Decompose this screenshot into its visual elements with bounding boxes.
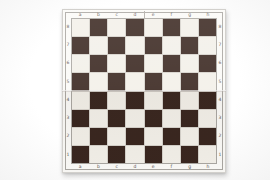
coordinate-label: 3	[66, 109, 71, 127]
square-d6[interactable]	[126, 55, 143, 72]
square-h3[interactable]	[199, 110, 216, 127]
square-f6[interactable]	[163, 55, 180, 72]
square-a5[interactable]	[72, 73, 89, 90]
square-a3[interactable]	[72, 110, 89, 127]
square-d4[interactable]	[126, 92, 143, 109]
square-g1[interactable]	[181, 146, 198, 163]
coordinate-label: c	[108, 13, 126, 18]
square-f3[interactable]	[163, 110, 180, 127]
square-a4[interactable]	[72, 92, 89, 109]
chess-board: abcdefgh abcdefgh 87654321 87654321	[62, 9, 226, 173]
square-g4[interactable]	[181, 92, 198, 109]
coordinate-label: f	[162, 13, 180, 18]
coordinate-label: f	[162, 165, 180, 170]
square-h5[interactable]	[199, 73, 216, 90]
coordinate-label: 6	[66, 55, 71, 73]
square-f4[interactable]	[163, 92, 180, 109]
coordinate-label: g	[181, 13, 199, 18]
square-a6[interactable]	[72, 55, 89, 72]
square-f5[interactable]	[163, 73, 180, 90]
coordinate-label: b	[89, 165, 107, 170]
square-h2[interactable]	[199, 128, 216, 145]
coordinate-label: 5	[66, 73, 71, 91]
coordinate-label: e	[144, 165, 162, 170]
coordinate-label: 2	[218, 128, 223, 146]
square-h1[interactable]	[199, 146, 216, 163]
coordinate-label: c	[108, 165, 126, 170]
square-g7[interactable]	[181, 37, 198, 54]
square-g8[interactable]	[181, 19, 198, 36]
square-d5[interactable]	[126, 73, 143, 90]
square-a8[interactable]	[72, 19, 89, 36]
square-d2[interactable]	[126, 128, 143, 145]
coordinate-label: 7	[66, 36, 71, 54]
square-c4[interactable]	[108, 92, 125, 109]
coordinate-label: 4	[66, 91, 71, 109]
coordinate-label: b	[89, 13, 107, 18]
square-e1[interactable]	[145, 146, 162, 163]
square-c5[interactable]	[108, 73, 125, 90]
square-c2[interactable]	[108, 128, 125, 145]
square-c7[interactable]	[108, 37, 125, 54]
square-h8[interactable]	[199, 19, 216, 36]
photo-background: abcdefgh abcdefgh 87654321 87654321	[0, 0, 270, 180]
square-b1[interactable]	[90, 146, 107, 163]
square-a7[interactable]	[72, 37, 89, 54]
square-e8[interactable]	[145, 19, 162, 36]
square-b3[interactable]	[90, 110, 107, 127]
rank-labels-left: 87654321	[66, 18, 71, 164]
coordinate-label: 5	[218, 73, 223, 91]
square-a1[interactable]	[72, 146, 89, 163]
square-f1[interactable]	[163, 146, 180, 163]
coordinate-label: d	[126, 165, 144, 170]
coordinate-label: 8	[66, 18, 71, 36]
coordinate-label: 1	[218, 146, 223, 164]
square-h4[interactable]	[199, 92, 216, 109]
coordinate-label: a	[71, 13, 89, 18]
square-e3[interactable]	[145, 110, 162, 127]
coordinate-label: 1	[66, 146, 71, 164]
square-d1[interactable]	[126, 146, 143, 163]
square-b8[interactable]	[90, 19, 107, 36]
square-b2[interactable]	[90, 128, 107, 145]
coordinate-label: a	[71, 165, 89, 170]
rank-labels-right: 87654321	[218, 18, 223, 164]
square-e6[interactable]	[145, 55, 162, 72]
square-a2[interactable]	[72, 128, 89, 145]
square-c6[interactable]	[108, 55, 125, 72]
coordinate-label: h	[199, 165, 217, 170]
square-g5[interactable]	[181, 73, 198, 90]
coordinate-label: d	[126, 13, 144, 18]
square-c1[interactable]	[108, 146, 125, 163]
coordinate-label: h	[199, 13, 217, 18]
square-b4[interactable]	[90, 92, 107, 109]
top-edge-seam	[144, 11, 145, 18]
coordinate-label: 7	[218, 36, 223, 54]
square-c8[interactable]	[108, 19, 125, 36]
square-f2[interactable]	[163, 128, 180, 145]
square-d3[interactable]	[126, 110, 143, 127]
file-labels-top: abcdefgh	[71, 13, 217, 18]
coordinate-label: 3	[218, 109, 223, 127]
square-b7[interactable]	[90, 37, 107, 54]
square-g2[interactable]	[181, 128, 198, 145]
square-f8[interactable]	[163, 19, 180, 36]
square-h6[interactable]	[199, 55, 216, 72]
coordinate-label: 6	[218, 55, 223, 73]
square-e2[interactable]	[145, 128, 162, 145]
coordinate-label: 4	[218, 91, 223, 109]
square-f7[interactable]	[163, 37, 180, 54]
square-e5[interactable]	[145, 73, 162, 90]
square-e4[interactable]	[145, 92, 162, 109]
square-d7[interactable]	[126, 37, 143, 54]
coordinate-label: g	[181, 165, 199, 170]
square-g6[interactable]	[181, 55, 198, 72]
board-squares	[71, 18, 217, 164]
coordinate-label: e	[144, 13, 162, 18]
square-b5[interactable]	[90, 73, 107, 90]
square-b6[interactable]	[90, 55, 107, 72]
square-g3[interactable]	[181, 110, 198, 127]
square-c3[interactable]	[108, 110, 125, 127]
square-h7[interactable]	[199, 37, 216, 54]
coordinate-label: 2	[66, 128, 71, 146]
square-d8[interactable]	[126, 19, 143, 36]
square-e7[interactable]	[145, 37, 162, 54]
coordinate-label: 8	[218, 18, 223, 36]
file-labels-bottom: abcdefgh	[71, 165, 217, 170]
